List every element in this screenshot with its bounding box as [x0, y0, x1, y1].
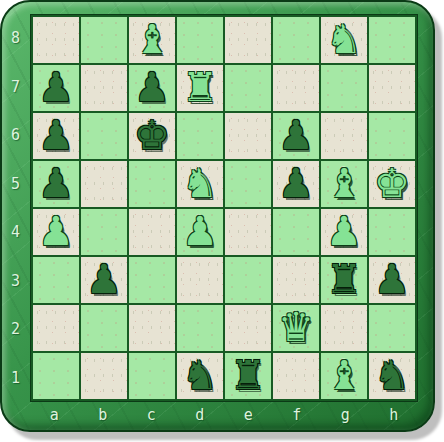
- square-b4[interactable]: [81, 209, 127, 255]
- file-label-d: d: [176, 402, 225, 427]
- piece-black-pawn-c7[interactable]: ♟: [134, 65, 170, 110]
- square-f8[interactable]: [273, 17, 319, 63]
- square-c2[interactable]: [129, 305, 175, 351]
- rank-label-4: 4: [2, 208, 29, 257]
- piece-black-king-c6[interactable]: ♚: [134, 113, 170, 158]
- square-c1[interactable]: [129, 353, 175, 399]
- piece-white-bishop-g1[interactable]: ♝: [326, 353, 362, 398]
- file-label-e: e: [224, 402, 273, 427]
- square-f3[interactable]: [273, 257, 319, 303]
- file-label-c: c: [127, 402, 176, 427]
- square-a6[interactable]: ♟: [33, 113, 79, 159]
- square-c5[interactable]: [129, 161, 175, 207]
- piece-white-pawn-a4[interactable]: ♟: [38, 209, 74, 254]
- square-b2[interactable]: [81, 305, 127, 351]
- square-a8[interactable]: [33, 17, 79, 63]
- square-d1[interactable]: ♞: [177, 353, 223, 399]
- square-a2[interactable]: [33, 305, 79, 351]
- square-e4[interactable]: [225, 209, 271, 255]
- square-c4[interactable]: [129, 209, 175, 255]
- square-f6[interactable]: ♟: [273, 113, 319, 159]
- piece-white-pawn-g4[interactable]: ♟: [326, 209, 362, 254]
- square-a1[interactable]: [33, 353, 79, 399]
- file-label-h: h: [370, 402, 419, 427]
- piece-white-bishop-c8[interactable]: ♝: [134, 17, 170, 62]
- square-g2[interactable]: [321, 305, 367, 351]
- square-b7[interactable]: [81, 65, 127, 111]
- piece-black-knight-d1[interactable]: ♞: [182, 353, 218, 398]
- piece-black-rook-e1[interactable]: ♜: [230, 353, 266, 398]
- file-labels: abcdefgh: [30, 402, 418, 427]
- square-d3[interactable]: [177, 257, 223, 303]
- square-c8[interactable]: ♝: [129, 17, 175, 63]
- piece-white-queen-f2[interactable]: ♛: [278, 305, 314, 350]
- square-e2[interactable]: [225, 305, 271, 351]
- square-g6[interactable]: [321, 113, 367, 159]
- square-b5[interactable]: [81, 161, 127, 207]
- rank-labels: 87654321: [2, 14, 29, 402]
- rank-label-8: 8: [2, 14, 29, 63]
- square-b6[interactable]: [81, 113, 127, 159]
- square-d8[interactable]: [177, 17, 223, 63]
- piece-white-knight-d5[interactable]: ♞: [182, 161, 218, 206]
- square-g1[interactable]: ♝: [321, 353, 367, 399]
- square-h3[interactable]: ♟: [369, 257, 415, 303]
- piece-black-pawn-h3[interactable]: ♟: [374, 257, 410, 302]
- square-a5[interactable]: ♟: [33, 161, 79, 207]
- square-b3[interactable]: ♟: [81, 257, 127, 303]
- file-label-b: b: [79, 402, 128, 427]
- rank-label-7: 7: [2, 63, 29, 112]
- chess-app-window: 87654321 ♝♞♟♟♜♟♚♟♟♞♟♝♚♟♟♟♟♜♟♛♞♜♝♞ abcdef…: [0, 0, 444, 442]
- square-e6[interactable]: [225, 113, 271, 159]
- square-c6[interactable]: ♚: [129, 113, 175, 159]
- square-g7[interactable]: [321, 65, 367, 111]
- piece-black-pawn-a5[interactable]: ♟: [38, 161, 74, 206]
- square-f4[interactable]: [273, 209, 319, 255]
- piece-white-king-h5[interactable]: ♚: [374, 161, 410, 206]
- rank-label-1: 1: [2, 354, 29, 403]
- piece-white-knight-g8[interactable]: ♞: [326, 17, 362, 62]
- square-f5[interactable]: ♟: [273, 161, 319, 207]
- square-g5[interactable]: ♝: [321, 161, 367, 207]
- square-g8[interactable]: ♞: [321, 17, 367, 63]
- piece-black-pawn-f6[interactable]: ♟: [278, 113, 314, 158]
- square-e7[interactable]: [225, 65, 271, 111]
- file-label-f: f: [273, 402, 322, 427]
- square-e1[interactable]: ♜: [225, 353, 271, 399]
- square-d7[interactable]: ♜: [177, 65, 223, 111]
- piece-white-bishop-g5[interactable]: ♝: [326, 161, 362, 206]
- square-h4[interactable]: [369, 209, 415, 255]
- square-h7[interactable]: [369, 65, 415, 111]
- square-d5[interactable]: ♞: [177, 161, 223, 207]
- piece-black-pawn-b3[interactable]: ♟: [86, 257, 122, 302]
- piece-black-pawn-a7[interactable]: ♟: [38, 65, 74, 110]
- board-grid: ♝♞♟♟♜♟♚♟♟♞♟♝♚♟♟♟♟♜♟♛♞♜♝♞: [30, 14, 418, 402]
- piece-black-knight-h1[interactable]: ♞: [374, 353, 410, 398]
- square-e5[interactable]: [225, 161, 271, 207]
- square-d4[interactable]: ♟: [177, 209, 223, 255]
- square-a3[interactable]: [33, 257, 79, 303]
- rank-label-6: 6: [2, 111, 29, 160]
- square-d6[interactable]: [177, 113, 223, 159]
- square-c7[interactable]: ♟: [129, 65, 175, 111]
- file-label-g: g: [321, 402, 370, 427]
- square-f1[interactable]: [273, 353, 319, 399]
- square-h1[interactable]: ♞: [369, 353, 415, 399]
- piece-black-rook-g3[interactable]: ♜: [326, 257, 362, 302]
- piece-black-pawn-a6[interactable]: ♟: [38, 113, 74, 158]
- square-e3[interactable]: [225, 257, 271, 303]
- square-a4[interactable]: ♟: [33, 209, 79, 255]
- square-e8[interactable]: [225, 17, 271, 63]
- piece-white-pawn-d4[interactable]: ♟: [182, 209, 218, 254]
- rank-label-3: 3: [2, 257, 29, 306]
- file-label-a: a: [30, 402, 79, 427]
- square-d2[interactable]: [177, 305, 223, 351]
- square-g3[interactable]: ♜: [321, 257, 367, 303]
- square-a7[interactable]: ♟: [33, 65, 79, 111]
- square-g4[interactable]: ♟: [321, 209, 367, 255]
- rank-label-5: 5: [2, 160, 29, 209]
- square-h8[interactable]: [369, 17, 415, 63]
- piece-black-pawn-f5[interactable]: ♟: [278, 161, 314, 206]
- square-h2[interactable]: [369, 305, 415, 351]
- square-f2[interactable]: ♛: [273, 305, 319, 351]
- square-h6[interactable]: [369, 113, 415, 159]
- square-b8[interactable]: [81, 17, 127, 63]
- piece-white-rook-d7[interactable]: ♜: [182, 65, 218, 110]
- square-b1[interactable]: [81, 353, 127, 399]
- square-f7[interactable]: [273, 65, 319, 111]
- square-c3[interactable]: [129, 257, 175, 303]
- rank-label-2: 2: [2, 305, 29, 354]
- square-h5[interactable]: ♚: [369, 161, 415, 207]
